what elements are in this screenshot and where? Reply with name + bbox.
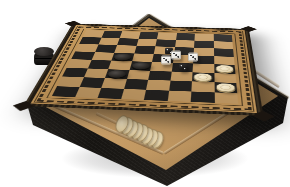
square-g1[interactable] — [191, 91, 215, 103]
square-e1[interactable] — [144, 89, 169, 100]
game-board — [23, 24, 263, 117]
square-d1[interactable] — [121, 89, 146, 100]
square-f1[interactable] — [167, 90, 191, 101]
square-h1[interactable] — [214, 92, 238, 104]
die-white-3[interactable] — [171, 51, 181, 60]
scene — [0, 0, 290, 187]
stack-top — [34, 47, 54, 56]
die-black-5[interactable] — [179, 64, 187, 71]
die-white-2[interactable] — [161, 56, 171, 65]
die-white-4[interactable] — [188, 53, 198, 62]
square-c1[interactable] — [98, 88, 124, 99]
